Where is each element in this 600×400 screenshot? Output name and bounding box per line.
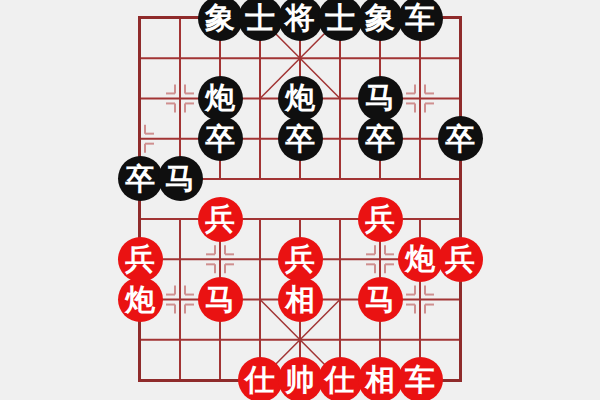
piece-red-advisor[interactable]: 仕 <box>318 357 363 400</box>
piece-red-soldier[interactable]: 兵 <box>438 237 483 282</box>
piece-red-horse[interactable]: 马 <box>358 277 403 322</box>
piece-red-cannon[interactable]: 炮 <box>118 277 163 322</box>
piece-black-horse[interactable]: 马 <box>158 156 203 201</box>
piece-black-soldier[interactable]: 卒 <box>358 116 403 161</box>
piece-black-soldier[interactable]: 卒 <box>438 116 483 161</box>
piece-red-soldier[interactable]: 兵 <box>278 237 323 282</box>
piece-black-soldier[interactable]: 卒 <box>118 156 163 201</box>
piece-red-horse[interactable]: 马 <box>198 277 243 322</box>
piece-black-chariot[interactable]: 车 <box>398 0 443 41</box>
piece-black-horse[interactable]: 马 <box>358 76 403 121</box>
piece-red-king[interactable]: 帅 <box>278 357 323 400</box>
xiangqi-app: 仕帅仕相车炮马相马兵兵炮兵兵兵卒马卒卒卒卒炮炮马象士将士象车 <box>0 0 600 400</box>
piece-black-cannon[interactable]: 炮 <box>198 76 243 121</box>
piece-red-advisor[interactable]: 仕 <box>238 357 283 400</box>
piece-red-cannon[interactable]: 炮 <box>398 237 443 282</box>
piece-black-elephant[interactable]: 象 <box>358 0 403 41</box>
xiangqi-board[interactable] <box>0 0 600 400</box>
piece-red-soldier[interactable]: 兵 <box>198 197 243 242</box>
piece-red-soldier[interactable]: 兵 <box>118 237 163 282</box>
piece-red-chariot[interactable]: 车 <box>398 357 443 400</box>
piece-black-cannon[interactable]: 炮 <box>278 76 323 121</box>
piece-black-elephant[interactable]: 象 <box>198 0 243 41</box>
piece-black-king[interactable]: 将 <box>278 0 323 41</box>
piece-black-advisor[interactable]: 士 <box>318 0 363 41</box>
piece-red-elephant[interactable]: 相 <box>358 357 403 400</box>
piece-black-advisor[interactable]: 士 <box>238 0 283 41</box>
piece-black-soldier[interactable]: 卒 <box>198 116 243 161</box>
piece-red-soldier[interactable]: 兵 <box>358 197 403 242</box>
piece-red-elephant[interactable]: 相 <box>278 277 323 322</box>
piece-black-soldier[interactable]: 卒 <box>278 116 323 161</box>
